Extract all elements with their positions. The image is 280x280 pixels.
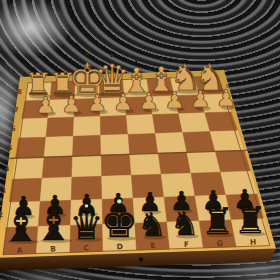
square-d4[interactable] [101,154,131,176]
piece-black-knight-e1[interactable]: ♞ [137,205,167,244]
piece-black-queen-c1[interactable]: ♛ [69,204,103,248]
rank-label-right-3: 3 [258,181,265,185]
piece-white-pawn-a7[interactable]: ♟ [35,92,56,118]
piece-white-pawn-f7[interactable]: ♟ [164,87,185,113]
clasp-icon [139,257,144,262]
finial-dot-icon [85,204,88,207]
square-d5[interactable] [101,134,130,155]
rank-label-left-6: 6 [11,125,16,133]
photo-chess-scene: ABCDEFGH8765432187654321♜♜♚♛♝♝♞♞♟♟♟♟♟♟♟♟… [0,0,280,280]
rank-label-right-4: 4 [251,160,258,164]
dark-finial-tip-icon [86,52,89,55]
square-e4[interactable] [130,153,161,175]
rank-label-right-5: 5 [245,139,252,143]
piece-black-rook-g1[interactable]: ♜ [201,200,234,243]
rank-label-left-3: 3 [2,187,7,195]
dark-finial-tip-icon [160,58,163,61]
rank-label-left-8: 8 [17,88,22,96]
square-e6[interactable] [126,115,155,135]
square-c5[interactable] [73,135,102,156]
piece-white-pawn-b7[interactable]: ♟ [61,91,82,117]
square-f5[interactable] [155,133,187,154]
finial-dot-icon [117,199,121,203]
square-g5[interactable] [183,132,216,153]
chessboard: ABCDEFGH8765432187654321♜♜♚♛♝♝♞♞♟♟♟♟♟♟♟♟… [0,0,280,280]
square-g4[interactable] [187,151,221,173]
piece-black-king-d1[interactable]: ♚ [100,198,138,247]
piece-white-pawn-h7[interactable]: ♟ [216,85,237,111]
piece-black-bishop-b1[interactable]: ♝ [34,198,74,251]
square-d6[interactable] [100,116,128,136]
rank-label-left-5: 5 [8,144,13,152]
square-a5[interactable] [16,137,47,158]
rank-label-left-4: 4 [5,165,10,173]
dark-finial-tip-icon [110,54,113,57]
piece-white-pawn-c7[interactable]: ♟ [87,90,108,116]
piece-black-rook-h1[interactable]: ♜ [234,199,267,242]
square-f6[interactable] [153,114,183,134]
square-f4[interactable] [158,152,191,174]
square-c4[interactable] [72,155,102,177]
square-b4[interactable] [42,156,73,178]
rank-label-right-6: 6 [238,120,245,124]
piece-white-pawn-g7[interactable]: ♟ [190,86,211,112]
rank-label-right-1: 1 [271,231,278,235]
square-b5[interactable] [44,136,73,157]
square-e5[interactable] [128,134,158,155]
piece-white-pawn-e7[interactable]: ♟ [138,88,159,114]
square-h4[interactable] [215,151,250,173]
square-a4[interactable] [12,157,44,179]
square-c6[interactable] [73,116,100,136]
piece-white-pawn-d7[interactable]: ♟ [113,89,134,115]
rank-label-left-7: 7 [14,106,19,114]
dark-finial-tip-icon [135,59,138,62]
square-b6[interactable] [46,117,74,137]
piece-black-knight-f1[interactable]: ♞ [170,204,200,243]
square-a6[interactable] [19,118,48,138]
